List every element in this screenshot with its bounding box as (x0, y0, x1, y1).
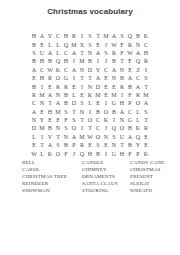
grid-cell: C (54, 32, 62, 40)
grid-cell: E (126, 66, 134, 74)
grid-cell: E (38, 108, 46, 116)
grid-cell: L (38, 149, 46, 157)
grid-cell: T (142, 82, 150, 90)
grid-cell: N (30, 116, 38, 124)
grid-cell: N (118, 66, 126, 74)
grid-cell: K (102, 116, 110, 124)
grid-cell: C (62, 49, 70, 57)
grid-cell: V (46, 133, 54, 141)
grid-cell: B (62, 91, 70, 99)
grid-cell: B (118, 74, 126, 82)
grid-cell: L (70, 91, 78, 99)
grid-cell: H (142, 49, 150, 57)
grid-cell: R (46, 74, 54, 82)
grid-cell: W (86, 133, 94, 141)
grid-cell: I (102, 149, 110, 157)
grid-cell: I (118, 91, 126, 99)
grid-cell: O (54, 74, 62, 82)
grid-cell: R (30, 91, 38, 99)
grid-cell: E (30, 141, 38, 149)
grid-cell: K (142, 32, 150, 40)
grid-cell: T (142, 116, 150, 124)
grid-cell: Q (134, 57, 142, 65)
grid-cell: M (78, 57, 86, 65)
grid-cell: S (62, 108, 70, 116)
grid-cell: C (30, 99, 38, 107)
grid-cell: C (38, 66, 46, 74)
grid-cell: R (62, 82, 70, 90)
grid-cell: L (86, 99, 94, 107)
grid-cell: H (118, 99, 126, 107)
grid-cell: E (94, 99, 102, 107)
grid-cell: F (62, 149, 70, 157)
grid-cell: E (142, 133, 150, 141)
grid-cell: T (78, 74, 86, 82)
grid-cell: J (102, 124, 110, 132)
grid-cell: F (126, 149, 134, 157)
grid-cell: L (30, 133, 38, 141)
grid-cell: I (86, 108, 94, 116)
worksheet-page: Christmas vocabulary HAYCHRISTMASQBKBELL… (0, 0, 180, 255)
grid-cell: T (78, 49, 86, 57)
grid-cell: L (54, 49, 62, 57)
grid-cell: N (54, 91, 62, 99)
grid-cell: K (134, 124, 142, 132)
grid-cell: L (134, 108, 142, 116)
word-list-item: REINDEER (22, 180, 67, 187)
grid-cell: S (86, 40, 94, 48)
grid-cell: I (78, 82, 86, 90)
grid-cell: M (78, 133, 86, 141)
grid-cell: I (78, 124, 86, 132)
grid-cell: R (70, 32, 78, 40)
grid-cell: H (86, 149, 94, 157)
word-list-item: SANTA CLAUS (82, 180, 118, 187)
grid-cell: E (94, 40, 102, 48)
grid-cell: H (62, 57, 70, 65)
word-list-item: CHIMNEY (82, 166, 118, 173)
grid-cell: D (86, 66, 94, 74)
grid-cell: H (118, 149, 126, 157)
grid-cell: A (94, 74, 102, 82)
grid-cell: S (54, 141, 62, 149)
grid-cell: M (38, 124, 46, 132)
grid-cell: A (70, 133, 78, 141)
word-list-column-3: CANDY CANECHRISTMASPRESENTSLEIGHWREATH (130, 159, 164, 194)
grid-cell: F (118, 49, 126, 57)
grid-cell: I (102, 99, 110, 107)
grid-cell: E (102, 74, 110, 82)
grid-cell: B (110, 108, 118, 116)
grid-cell: M (142, 91, 150, 99)
grid-cell: M (54, 108, 62, 116)
grid-cell: I (110, 116, 118, 124)
grid-cell: B (62, 141, 70, 149)
grid-cell: H (38, 74, 46, 82)
grid-cell: S (142, 74, 150, 82)
grid-cell: S (118, 32, 126, 40)
grid-cell: C (134, 74, 142, 82)
grid-cell: S (102, 49, 110, 57)
grid-cell: Q (54, 57, 62, 65)
grid-cell: Y (38, 116, 46, 124)
grid-cell: G (62, 74, 70, 82)
word-list-item: BELL (22, 159, 67, 166)
grid-cell: A (126, 133, 134, 141)
grid-cell: K (54, 66, 62, 74)
grid-cell: P (134, 149, 142, 157)
grid-cell: N (110, 74, 118, 82)
grid-cell: P (126, 99, 134, 107)
grid-cell: B (30, 57, 38, 65)
grid-cell: Y (46, 32, 54, 40)
grid-cell: A (118, 108, 126, 116)
grid-cell: N (134, 40, 142, 48)
grid-cell: A (110, 66, 118, 74)
grid-cell: T (118, 141, 126, 149)
grid-cell: B (30, 82, 38, 90)
grid-cell: B (94, 149, 102, 157)
grid-cell: A (30, 66, 38, 74)
grid-cell: T (86, 74, 94, 82)
grid-cell: Q (126, 32, 134, 40)
word-list: BELLCAROLCHRISTMAS TREEREINDEERSNOWMAN C… (0, 159, 180, 199)
grid-cell: A (38, 32, 46, 40)
grid-cell: N (78, 66, 86, 74)
grid-cell: N (38, 99, 46, 107)
grid-cell: D (30, 124, 38, 132)
grid-cell: R (118, 82, 126, 90)
grid-cell: W (110, 40, 118, 48)
grid-cell: O (54, 149, 62, 157)
grid-cell: F (118, 40, 126, 48)
grid-cell: E (54, 116, 62, 124)
grid-cell: G (110, 99, 118, 107)
grid-cell: B (46, 124, 54, 132)
grid-cell: B (86, 57, 94, 65)
grid-cell: B (110, 57, 118, 65)
grid-cell: I (94, 57, 102, 65)
grid-cell: C (142, 40, 150, 48)
grid-cell: C (126, 108, 134, 116)
grid-cell: O (118, 124, 126, 132)
grid-cell: C (94, 124, 102, 132)
word-list-item: ORNAMENTS (82, 173, 118, 180)
grid-cell: E (30, 74, 38, 82)
grid-cell: O (102, 108, 110, 116)
grid-cell: I (78, 32, 86, 40)
grid-cell: U (118, 133, 126, 141)
grid-cell: E (46, 82, 54, 90)
grid-cell: N (86, 49, 94, 57)
grid-cell: M (102, 32, 110, 40)
grid-cell: B (46, 57, 54, 65)
grid-cell: U (38, 49, 46, 57)
grid-cell: S (142, 108, 150, 116)
grid-cell: H (46, 108, 54, 116)
grid-cell: O (86, 116, 94, 124)
grid-cell: A (142, 99, 150, 107)
grid-cell: E (110, 82, 118, 90)
grid-cell: J (70, 149, 78, 157)
grid-cell: G (126, 116, 134, 124)
grid-cell: K (142, 149, 150, 157)
puzzle-title: Christmas vocabulary (0, 7, 180, 16)
grid-cell: T (78, 116, 86, 124)
grid-cell: S (86, 32, 94, 40)
grid-cell: D (94, 82, 102, 90)
grid-cell: T (94, 32, 102, 40)
grid-cell: T (54, 133, 62, 141)
grid-cell: J (102, 40, 110, 48)
grid-cell: T (86, 124, 94, 132)
grid-cell: D (70, 99, 78, 107)
grid-cell: T (46, 99, 54, 107)
grid-cell: M (38, 91, 46, 99)
grid-cell: T (118, 57, 126, 65)
grid-cell: Q (110, 124, 118, 132)
grid-cell: E (142, 141, 150, 149)
grid-cell: W (46, 66, 54, 74)
grid-cell: F (62, 116, 70, 124)
grid-cell: Q (62, 40, 70, 48)
word-list-item: CAROL (22, 166, 67, 173)
grid-cell: G (110, 149, 118, 157)
grid-cell: S (78, 99, 86, 107)
grid-cell: J (102, 57, 110, 65)
grid-cell: B (30, 40, 38, 48)
grid-cell: W (126, 49, 134, 57)
grid-cell: I (38, 133, 46, 141)
word-list-item: SNOWMAN (22, 187, 67, 194)
grid-cell: A (126, 74, 134, 82)
grid-cell: E (102, 82, 110, 90)
grid-cell: A (54, 99, 62, 107)
grid-cell: M (110, 91, 118, 99)
grid-cell: R (126, 40, 134, 48)
grid-cell: A (134, 49, 142, 57)
grid-cell: P (70, 141, 78, 149)
grid-cell: S (30, 49, 38, 57)
grid-cell: K (46, 149, 54, 157)
grid-cell: B (126, 82, 134, 90)
grid-cell: N (78, 108, 86, 116)
grid-cell: Q (78, 149, 86, 157)
grid-cell: M (70, 40, 78, 48)
grid-cell: A (30, 108, 38, 116)
grid-cell: B (126, 124, 134, 132)
word-search-grid: HAYCHRISTMASQBKBELLQMXSEJWFRNCSUALCATNAS… (30, 32, 150, 158)
grid-cell: W (30, 149, 38, 157)
word-list-item: CHRISTMAS (130, 166, 164, 173)
grid-cell: K (86, 91, 94, 99)
word-list-item: SLEIGH (130, 180, 164, 187)
grid-cell: N (102, 133, 110, 141)
grid-cell: A (46, 141, 54, 149)
grid-cell: E (38, 40, 46, 48)
word-list-column-2: CANDLECHIMNEYORNAMENTSSANTA CLAUSSTOCKIN… (82, 159, 118, 194)
grid-cell: B (134, 32, 142, 40)
grid-cell: T (70, 108, 78, 116)
word-list-item: PRESENT (130, 173, 164, 180)
grid-cell: C (102, 66, 110, 74)
grid-cell: N (86, 82, 94, 90)
grid-cell: S (94, 141, 102, 149)
grid-cell: O (70, 124, 78, 132)
grid-cell: S (70, 116, 78, 124)
grid-cell: I (70, 74, 78, 82)
grid-cell: L (46, 40, 54, 48)
grid-cell: C (94, 116, 102, 124)
grid-cell: F (126, 91, 134, 99)
grid-cell: N (110, 141, 118, 149)
grid-cell: E (86, 141, 94, 149)
grid-cell: H (62, 32, 70, 40)
grid-cell: Y (134, 141, 142, 149)
word-list-item: CANDLE (82, 159, 118, 166)
grid-cell: R (142, 124, 150, 132)
grid-cell: A (46, 49, 54, 57)
grid-cell: B (126, 141, 134, 149)
grid-cell: R (110, 49, 118, 57)
grid-cell: I (38, 82, 46, 90)
grid-cell: H (30, 32, 38, 40)
word-list-item: STOCKING (82, 187, 118, 194)
word-list-item: CHRISTMAS TREE (22, 173, 67, 180)
grid-cell: I (142, 66, 150, 74)
grid-cell: R (142, 57, 150, 65)
grid-cell: R (54, 82, 62, 90)
word-list-column-1: BELLCAROLCHRISTMAS TREEREINDEERSNOWMAN (22, 159, 67, 194)
grid-cell: Q (134, 133, 142, 141)
grid-cell: A (94, 49, 102, 57)
grid-cell: R (134, 91, 142, 99)
grid-cell: N (54, 124, 62, 132)
grid-cell: Y (94, 66, 102, 74)
grid-cell: A (70, 66, 78, 74)
grid-cell: M (94, 91, 102, 99)
grid-cell: E (102, 141, 110, 149)
grid-cell: S (62, 124, 70, 132)
grid-cell: C (62, 66, 70, 74)
grid-cell: A (134, 82, 142, 90)
grid-cell: E (70, 82, 78, 90)
word-list-item: CANDY CANE (130, 159, 164, 166)
grid-cell: B (62, 99, 70, 107)
grid-cell: O (134, 99, 142, 107)
grid-cell: N (62, 133, 70, 141)
grid-cell: A (110, 32, 118, 40)
grid-cell: F (126, 57, 134, 65)
grid-cell: B (94, 108, 102, 116)
grid-cell: E (46, 116, 54, 124)
grid-cell: I (70, 57, 78, 65)
grid-cell: O (94, 133, 102, 141)
grid-cell: H (38, 57, 46, 65)
grid-cell: N (118, 116, 126, 124)
grid-cell: T (38, 141, 46, 149)
grid-cell: S (110, 133, 118, 141)
grid-cell: Z (134, 66, 142, 74)
grid-cell: A (70, 49, 78, 57)
grid-cell: E (102, 91, 110, 99)
grid-cell: R (78, 141, 86, 149)
grid-cell: X (78, 40, 86, 48)
grid-cell: A (46, 91, 54, 99)
grid-cell: L (134, 116, 142, 124)
word-list-item: WREATH (130, 187, 164, 194)
grid-cell: E (78, 91, 86, 99)
grid-cell: L (54, 40, 62, 48)
